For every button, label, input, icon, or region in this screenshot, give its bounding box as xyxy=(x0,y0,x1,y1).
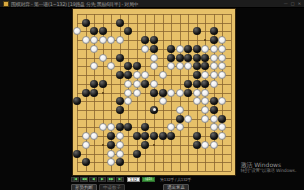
white-stone xyxy=(107,36,115,44)
white-stone xyxy=(184,115,192,123)
black-stone xyxy=(193,141,201,149)
white-stone xyxy=(124,80,132,88)
go-board[interactable] xyxy=(72,8,236,176)
white-stone xyxy=(193,89,201,97)
black-stone xyxy=(116,158,124,166)
black-stone xyxy=(124,62,132,70)
white-stone xyxy=(201,71,209,79)
black-stone xyxy=(193,27,201,35)
watermark-line1: 激活 Windows xyxy=(240,161,299,168)
white-stone xyxy=(116,141,124,149)
white-stone xyxy=(201,141,209,149)
nav-button-1[interactable]: ◀◀ xyxy=(80,177,88,182)
nav-row: |◀◀◀◀▶▶▶▶| 转到 第132手 / 共132手 xyxy=(71,177,241,182)
nav-button-2[interactable]: ◀ xyxy=(89,177,97,182)
white-stone xyxy=(82,141,90,149)
black-stone xyxy=(90,27,98,35)
black-stone xyxy=(116,123,124,131)
black-stone xyxy=(141,36,149,44)
black-stone xyxy=(167,132,175,140)
window-controls: — □ ✕ xyxy=(284,1,301,7)
white-stone xyxy=(73,27,81,35)
nav-button-0[interactable]: |◀ xyxy=(71,177,79,182)
black-stone xyxy=(116,19,124,27)
black-stone xyxy=(141,132,149,140)
black-stone xyxy=(124,27,132,35)
black-stone xyxy=(201,80,209,88)
white-stone xyxy=(159,97,167,105)
close-icon[interactable]: ✕ xyxy=(298,1,301,7)
white-stone xyxy=(124,89,132,97)
white-stone xyxy=(193,97,201,105)
white-stone xyxy=(176,45,184,53)
nav-button-4[interactable]: ▶▶ xyxy=(107,177,115,182)
black-stone xyxy=(184,45,192,53)
white-stone xyxy=(176,123,184,131)
exit-review-button[interactable]: 退出复盘 xyxy=(163,184,189,190)
black-stone xyxy=(210,27,218,35)
watermark-line2: 转到“设置”以激活 Windows。 xyxy=(240,168,299,174)
jump-to-move-button[interactable]: 转到 xyxy=(142,177,155,182)
black-stone xyxy=(150,89,158,97)
white-stone xyxy=(150,80,158,88)
white-stone xyxy=(201,45,209,53)
white-stone xyxy=(133,71,141,79)
title-bar: 围棋对弈 - 第一谱(1~132) [19路盘 分先 黑贴6目半] - 对局中 … xyxy=(0,0,304,8)
black-stone xyxy=(141,80,149,88)
star-point xyxy=(102,92,104,94)
black-stone xyxy=(116,71,124,79)
black-stone xyxy=(107,141,115,149)
white-stone xyxy=(218,132,226,140)
black-stone xyxy=(193,132,201,140)
black-stone xyxy=(193,71,201,79)
black-stone xyxy=(184,89,192,97)
black-stone xyxy=(133,150,141,158)
black-stone xyxy=(150,132,158,140)
white-stone xyxy=(167,62,175,70)
star-point xyxy=(153,144,155,146)
move-status: 第132手 / 共132手 xyxy=(160,177,191,182)
black-stone xyxy=(82,19,90,27)
white-stone xyxy=(116,132,124,140)
maximize-icon[interactable]: □ xyxy=(291,1,295,7)
white-stone xyxy=(210,80,218,88)
black-stone xyxy=(193,45,201,53)
black-stone xyxy=(218,115,226,123)
white-stone xyxy=(124,97,132,105)
white-stone xyxy=(210,115,218,123)
black-stone xyxy=(176,54,184,62)
windows-activation-watermark: 激活 Windows 转到“设置”以激活 Windows。 xyxy=(240,161,299,174)
black-stone xyxy=(184,54,192,62)
white-stone xyxy=(150,62,158,70)
black-stone xyxy=(150,36,158,44)
black-stone xyxy=(99,80,107,88)
minimize-icon[interactable]: — xyxy=(284,1,288,7)
black-stone xyxy=(159,89,167,97)
app-window: 围棋对弈 - 第一谱(1~132) [19路盘 分先 黑贴6目半] - 对局中 … xyxy=(0,0,304,190)
white-stone xyxy=(176,62,184,70)
white-stone xyxy=(176,106,184,114)
black-stone xyxy=(141,141,149,149)
white-stone xyxy=(159,71,167,79)
review-toolbar: |◀◀◀◀▶▶▶▶| 转到 第132手 / 共132手 形势判断 申请数子 退出… xyxy=(71,177,241,190)
white-stone xyxy=(210,123,218,131)
white-stone xyxy=(210,62,218,70)
white-stone xyxy=(133,89,141,97)
white-stone xyxy=(210,45,218,53)
black-stone xyxy=(176,115,184,123)
white-stone xyxy=(107,123,115,131)
app-icon xyxy=(3,1,9,7)
white-stone xyxy=(107,150,115,158)
black-stone xyxy=(201,62,209,70)
black-stone xyxy=(116,106,124,114)
white-stone xyxy=(201,97,209,105)
black-stone xyxy=(73,150,81,158)
request-count-button[interactable]: 申请数子 xyxy=(99,184,125,190)
white-stone xyxy=(184,62,192,70)
black-stone xyxy=(82,89,90,97)
white-stone xyxy=(167,89,175,97)
black-stone xyxy=(201,54,209,62)
white-stone xyxy=(116,150,124,158)
white-stone xyxy=(141,45,149,53)
black-stone xyxy=(184,80,192,88)
white-stone xyxy=(82,132,90,140)
window-title: 围棋对弈 - 第一谱(1~132) [19路盘 分先 黑贴6目半] - 对局中 xyxy=(11,1,284,7)
white-stone xyxy=(218,97,226,105)
white-stone xyxy=(210,141,218,149)
white-stone xyxy=(107,62,115,70)
black-stone xyxy=(116,97,124,105)
white-stone xyxy=(90,36,98,44)
black-stone xyxy=(82,158,90,166)
star-point xyxy=(102,144,104,146)
white-stone xyxy=(90,45,98,53)
black-stone xyxy=(124,71,132,79)
black-stone xyxy=(73,97,81,105)
black-stone xyxy=(107,132,115,140)
white-stone xyxy=(90,132,98,140)
black-stone xyxy=(167,45,175,53)
black-stone xyxy=(116,54,124,62)
white-stone xyxy=(99,123,107,131)
black-stone xyxy=(124,123,132,131)
nav-button-3[interactable]: ▶ xyxy=(98,177,106,182)
white-stone xyxy=(150,54,158,62)
white-stone xyxy=(99,36,107,44)
black-stone xyxy=(193,80,201,88)
white-stone xyxy=(210,54,218,62)
white-stone xyxy=(218,54,226,62)
white-stone xyxy=(99,54,107,62)
black-stone xyxy=(133,62,141,70)
action-row: 形势判断 申请数子 退出复盘 xyxy=(71,184,241,190)
white-stone xyxy=(218,36,226,44)
black-stone xyxy=(193,54,201,62)
white-stone xyxy=(167,123,175,131)
white-stone xyxy=(201,89,209,97)
white-stone xyxy=(218,62,226,70)
white-stone xyxy=(176,89,184,97)
black-stone xyxy=(210,132,218,140)
black-stone xyxy=(99,27,107,35)
black-stone xyxy=(210,106,218,114)
black-stone xyxy=(90,80,98,88)
black-stone xyxy=(210,97,218,105)
white-stone xyxy=(218,45,226,53)
white-stone xyxy=(107,158,115,166)
black-stone xyxy=(167,54,175,62)
black-stone xyxy=(210,36,218,44)
black-stone xyxy=(150,45,158,53)
black-stone xyxy=(193,62,201,70)
black-stone xyxy=(159,132,167,140)
white-stone xyxy=(90,62,98,70)
nav-button-5[interactable]: ▶| xyxy=(116,177,124,182)
judge-position-button[interactable]: 形势判断 xyxy=(71,184,97,190)
white-stone xyxy=(141,71,149,79)
white-stone xyxy=(218,123,226,131)
white-stone xyxy=(218,71,226,79)
white-stone xyxy=(133,80,141,88)
black-stone xyxy=(133,132,141,140)
white-stone xyxy=(201,106,209,114)
move-number-input[interactable] xyxy=(127,177,140,182)
white-stone xyxy=(210,71,218,79)
black-stone xyxy=(90,89,98,97)
black-stone xyxy=(141,123,149,131)
white-stone xyxy=(116,36,124,44)
white-stone xyxy=(82,36,90,44)
white-stone xyxy=(201,115,209,123)
